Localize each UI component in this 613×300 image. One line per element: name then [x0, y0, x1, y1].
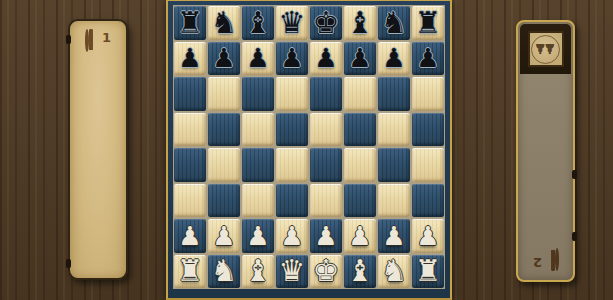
square-b8[interactable]: ♞ — [208, 6, 240, 40]
black-bishop[interactable]: ♝ — [347, 8, 374, 38]
square-a3[interactable] — [174, 184, 206, 218]
black-pawn[interactable]: ♟ — [348, 45, 371, 71]
square-e7[interactable]: ♟ — [310, 42, 342, 76]
player2-header: ♟♟ — [520, 24, 571, 74]
player2-panel: ♟♟ 2 — [516, 20, 575, 282]
plank-notch — [66, 259, 71, 268]
square-f8[interactable]: ♝ — [344, 6, 376, 40]
white-bishop[interactable]: ♝ — [245, 256, 272, 286]
square-c4[interactable] — [242, 148, 274, 182]
white-knight[interactable]: ♞ — [381, 256, 408, 286]
black-rook[interactable]: ♜ — [177, 8, 204, 38]
chess-board[interactable]: ♜♞♝♛♚♝♞♜♟♟♟♟♟♟♟♟♟♟♟♟♟♟♟♟♜♞♝♛♚♝♞♜ — [173, 5, 445, 289]
square-d2[interactable]: ♟ — [276, 219, 308, 253]
square-c6[interactable] — [242, 77, 274, 111]
black-knight[interactable]: ♞ — [211, 8, 238, 38]
white-rook[interactable]: ♜ — [177, 256, 204, 286]
square-g2[interactable]: ♟ — [378, 219, 410, 253]
square-h4[interactable] — [412, 148, 444, 182]
square-h1[interactable]: ♜ — [412, 255, 444, 289]
white-pawn[interactable]: ♟ — [416, 223, 439, 249]
square-f1[interactable]: ♝ — [344, 255, 376, 289]
square-f6[interactable] — [344, 77, 376, 111]
square-c1[interactable]: ♝ — [242, 255, 274, 289]
square-g1[interactable]: ♞ — [378, 255, 410, 289]
square-b3[interactable] — [208, 184, 240, 218]
square-h3[interactable] — [412, 184, 444, 218]
square-e5[interactable] — [310, 113, 342, 147]
square-a2[interactable]: ♟ — [174, 219, 206, 253]
square-a8[interactable]: ♜ — [174, 6, 206, 40]
square-e1[interactable]: ♚ — [310, 255, 342, 289]
square-b2[interactable]: ♟ — [208, 219, 240, 253]
square-f2[interactable]: ♟ — [344, 219, 376, 253]
square-c8[interactable]: ♝ — [242, 6, 274, 40]
black-queen[interactable]: ♛ — [279, 8, 306, 38]
white-pawn[interactable]: ♟ — [348, 223, 371, 249]
square-c2[interactable]: ♟ — [242, 219, 274, 253]
black-knight[interactable]: ♞ — [381, 8, 408, 38]
player1-icon: 1 — [85, 31, 111, 53]
black-pawn[interactable]: ♟ — [314, 45, 337, 71]
black-pawn[interactable]: ♟ — [382, 45, 405, 71]
square-b6[interactable] — [208, 77, 240, 111]
square-c3[interactable] — [242, 184, 274, 218]
square-c7[interactable]: ♟ — [242, 42, 274, 76]
square-h2[interactable]: ♟ — [412, 219, 444, 253]
white-pawn[interactable]: ♟ — [382, 223, 405, 249]
square-f5[interactable] — [344, 113, 376, 147]
square-d5[interactable] — [276, 113, 308, 147]
white-pawn[interactable]: ♟ — [246, 223, 269, 249]
square-d8[interactable]: ♛ — [276, 6, 308, 40]
square-h7[interactable]: ♟ — [412, 42, 444, 76]
square-g3[interactable] — [378, 184, 410, 218]
black-pawn[interactable]: ♟ — [280, 45, 303, 71]
square-a5[interactable] — [174, 113, 206, 147]
square-e4[interactable] — [310, 148, 342, 182]
chess-app-screen: 1 ♜♞♝♛♚♝♞♜♟♟♟♟♟♟♟♟♟♟♟♟♟♟♟♟♜♞♝♛♚♝♞♜ ♟♟ 2 — [0, 0, 613, 300]
square-g5[interactable] — [378, 113, 410, 147]
black-pawn[interactable]: ♟ — [178, 45, 201, 71]
square-g7[interactable]: ♟ — [378, 42, 410, 76]
player1-panel: 1 — [68, 19, 128, 280]
black-king[interactable]: ♚ — [313, 8, 340, 38]
player2-icon: 2 — [532, 247, 558, 269]
black-bishop[interactable]: ♝ — [245, 8, 272, 38]
black-rook[interactable]: ♜ — [415, 8, 442, 38]
white-pawn[interactable]: ♟ — [178, 223, 201, 249]
square-h8[interactable]: ♜ — [412, 6, 444, 40]
square-b4[interactable] — [208, 148, 240, 182]
square-e3[interactable] — [310, 184, 342, 218]
square-a1[interactable]: ♜ — [174, 255, 206, 289]
square-f4[interactable] — [344, 148, 376, 182]
square-f7[interactable]: ♟ — [344, 42, 376, 76]
black-pawn[interactable]: ♟ — [246, 45, 269, 71]
two-pawns-rotated-icon: ♟♟ — [534, 42, 556, 56]
white-rook[interactable]: ♜ — [415, 256, 442, 286]
player1-number: 1 — [102, 31, 111, 44]
square-b7[interactable]: ♟ — [208, 42, 240, 76]
square-a6[interactable] — [174, 77, 206, 111]
square-e6[interactable] — [310, 77, 342, 111]
square-b1[interactable]: ♞ — [208, 255, 240, 289]
plank-notch — [572, 232, 577, 241]
white-knight[interactable]: ♞ — [211, 256, 238, 286]
white-king[interactable]: ♚ — [313, 256, 340, 286]
chess-board-frame: ♜♞♝♛♚♝♞♜♟♟♟♟♟♟♟♟♟♟♟♟♟♟♟♟♜♞♝♛♚♝♞♜ — [166, 0, 452, 300]
square-g4[interactable] — [378, 148, 410, 182]
square-d6[interactable] — [276, 77, 308, 111]
square-d3[interactable] — [276, 184, 308, 218]
square-d7[interactable]: ♟ — [276, 42, 308, 76]
player2-number: 2 — [532, 256, 541, 269]
white-pawn[interactable]: ♟ — [212, 223, 235, 249]
square-a4[interactable] — [174, 148, 206, 182]
player2-mode-badge: ♟♟ — [528, 31, 564, 67]
square-a7[interactable]: ♟ — [174, 42, 206, 76]
square-g8[interactable]: ♞ — [378, 6, 410, 40]
black-pawn[interactable]: ♟ — [416, 45, 439, 71]
square-d4[interactable] — [276, 148, 308, 182]
white-queen[interactable]: ♛ — [279, 256, 306, 286]
square-e8[interactable]: ♚ — [310, 6, 342, 40]
square-h5[interactable] — [412, 113, 444, 147]
square-c5[interactable] — [242, 113, 274, 147]
square-b5[interactable] — [208, 113, 240, 147]
square-d1[interactable]: ♛ — [276, 255, 308, 289]
white-pawn[interactable]: ♟ — [280, 223, 303, 249]
square-f3[interactable] — [344, 184, 376, 218]
square-h6[interactable] — [412, 77, 444, 111]
person-icon — [85, 31, 101, 53]
white-bishop[interactable]: ♝ — [347, 256, 374, 286]
plank-notch — [572, 170, 577, 179]
person-icon — [543, 247, 559, 269]
plank-notch — [66, 35, 71, 44]
white-pawn[interactable]: ♟ — [314, 223, 337, 249]
square-g6[interactable] — [378, 77, 410, 111]
black-pawn[interactable]: ♟ — [212, 45, 235, 71]
badge-circle: ♟♟ — [531, 35, 560, 64]
square-e2[interactable]: ♟ — [310, 219, 342, 253]
